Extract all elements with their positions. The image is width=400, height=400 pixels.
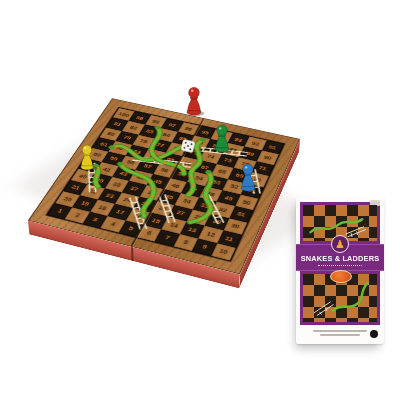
box-title-band: ♟ SNAKES & LADDERS <box>296 244 384 271</box>
board-square: 21 <box>63 180 88 195</box>
board-square: 33 <box>193 198 217 214</box>
snake-spot <box>205 189 209 191</box>
ladder <box>192 194 234 225</box>
board-square: 10 <box>211 243 236 261</box>
board-square: 4 <box>100 216 125 233</box>
board-square: 52 <box>223 179 246 194</box>
brand-mark-icon <box>370 330 378 338</box>
board-square: 11 <box>217 230 242 247</box>
board-square: 23 <box>98 188 123 204</box>
ladder <box>147 194 186 224</box>
page: { "game": "Snakes and Ladders", "scene":… <box>0 0 400 400</box>
board-square: 25 <box>133 197 157 213</box>
snake-spot <box>208 182 212 184</box>
box-title: SNAKES & LADDERS <box>300 254 381 263</box>
board-square: 18 <box>90 200 115 216</box>
snake-spot <box>141 210 145 213</box>
box-fine-print <box>296 325 384 346</box>
snake-spot <box>152 187 156 189</box>
board-square: 5 <box>118 220 143 237</box>
board-square: 47 <box>181 182 205 198</box>
board-square: 22 <box>80 184 105 200</box>
board-square: 28 <box>186 209 210 225</box>
snake-spot <box>198 218 202 221</box>
ladder <box>72 162 111 193</box>
board-square: 3 <box>83 211 108 228</box>
board-square: 9 <box>192 238 217 256</box>
pawn-logo-icon: ♟ <box>335 239 345 250</box>
snake <box>183 172 228 225</box>
board-square: 37 <box>122 181 146 197</box>
board-square: 36 <box>140 185 164 201</box>
board-square: 15 <box>144 213 169 230</box>
board-square: 16 <box>126 208 151 224</box>
board-square: 7 <box>155 229 180 246</box>
board-square: 26 <box>150 201 174 217</box>
snake-spot <box>208 205 212 208</box>
snake-spot <box>204 197 208 200</box>
board-square: 12 <box>198 226 223 243</box>
snakes-and-ladders-board: 1009998979695949392918182838485868788899… <box>28 98 300 274</box>
side-seam-notch <box>131 247 133 261</box>
board-square: 46 <box>164 178 188 193</box>
snake-spot <box>145 202 149 205</box>
fine-print-line <box>313 330 367 332</box>
board-square: 30 <box>223 218 247 235</box>
board-square: 6 <box>137 225 162 242</box>
board-square: 19 <box>73 195 98 211</box>
ladder <box>115 196 160 231</box>
board-square: 34 <box>175 193 199 209</box>
ladder <box>240 169 270 195</box>
board-square: 2 <box>65 207 90 223</box>
board-square: 35 <box>157 189 181 205</box>
box-oval-badge <box>330 270 352 283</box>
snake <box>183 172 228 225</box>
box-logo-circle: ♟ <box>331 235 349 253</box>
board-square: 8 <box>173 234 198 251</box>
board-scene: 1009998979695949392918182838485868788899… <box>64 72 276 284</box>
board-square: 49 <box>217 190 241 206</box>
board-square: 27 <box>168 205 192 221</box>
box-subtitle-line <box>318 265 362 266</box>
board-square: 14 <box>162 217 187 234</box>
fine-print-line <box>320 334 360 336</box>
board-square: 17 <box>108 204 133 220</box>
snake-spot <box>206 212 210 215</box>
board-square: 1 <box>47 203 72 219</box>
board-square: 51 <box>240 183 263 199</box>
snake-spot <box>191 183 195 185</box>
board-square: 20 <box>55 191 80 207</box>
board-square: 29 <box>205 214 229 231</box>
board-square: 13 <box>180 221 205 238</box>
snake-spot <box>148 180 152 182</box>
snake-spot <box>150 195 154 198</box>
board-face: 1009998979695949392918182838485868788899… <box>28 98 300 274</box>
board-square: 50 <box>235 194 259 210</box>
board-square: 48 <box>199 186 223 202</box>
board-square: 38 <box>105 177 129 192</box>
snake-spot <box>189 191 193 194</box>
board-square: 32 <box>211 202 235 218</box>
product-box: ♟ SNAKES & LADDERS <box>296 197 384 344</box>
snake-spot <box>94 183 98 185</box>
board-square: 24 <box>115 192 139 208</box>
board-square: 31 <box>229 206 253 222</box>
